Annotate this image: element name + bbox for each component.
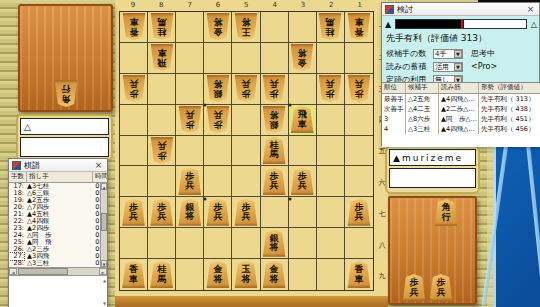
kifu-move-text: ▲3七桂 bbox=[24, 183, 90, 190]
shogi-piece-桂馬[interactable]: 桂馬 bbox=[150, 261, 174, 288]
board-cell[interactable] bbox=[204, 166, 232, 197]
file-label: 5 bbox=[232, 1, 260, 9]
setting-row: 読みの蓄積 活用 ▼ <Pro> bbox=[386, 61, 497, 72]
shogi-piece-銀将[interactable]: 銀将 bbox=[262, 106, 286, 133]
chevron-down-icon[interactable]: ▼ bbox=[454, 50, 462, 58]
board-cell[interactable] bbox=[232, 43, 260, 74]
gote-player-panel: △ bbox=[16, 114, 113, 161]
setting-label: 候補手の数 bbox=[386, 48, 433, 59]
analysis-window-icon bbox=[385, 5, 394, 14]
kifu-vertical-scrollbar[interactable]: ▲ ▼ bbox=[100, 183, 107, 267]
kifu-header-row: 手数 指し手 時間 bbox=[9, 172, 107, 183]
piece-kanji: 飛 bbox=[157, 58, 166, 68]
piece-kanji: 行 bbox=[62, 84, 71, 94]
board-cell[interactable] bbox=[148, 166, 176, 197]
kifu-window-title: 棋譜 bbox=[24, 160, 93, 171]
sente-piece-stand: 角行歩兵歩兵 bbox=[388, 196, 477, 305]
piece-kanji: 兵 bbox=[270, 181, 279, 191]
board-grid: 香車桂馬金将王将桂馬香車飛車金将歩兵銀将歩兵歩兵歩兵歩兵歩兵歩兵銀将飛車歩兵桂馬… bbox=[119, 11, 374, 291]
header-move: 候補手 bbox=[406, 83, 439, 93]
engine-label: <Pro> bbox=[471, 62, 497, 71]
kifu-move-text: ▲2五歩 bbox=[24, 197, 90, 204]
kifu-move-text: △7四歩 bbox=[24, 204, 90, 211]
board-cell[interactable] bbox=[120, 43, 148, 74]
evaluation-bar-row: ▲ △ bbox=[385, 19, 537, 29]
board-cell[interactable] bbox=[289, 228, 317, 259]
shogi-piece-歩兵[interactable]: 歩兵 bbox=[150, 199, 174, 226]
board-cell[interactable] bbox=[204, 136, 232, 167]
shogi-piece-銀将[interactable]: 銀将 bbox=[178, 199, 202, 226]
shogi-piece-歩兵[interactable]: 歩兵 bbox=[150, 137, 174, 164]
piece-kanji: 歩 bbox=[326, 89, 335, 99]
file-label: 9 bbox=[119, 1, 147, 9]
piece-kanji: 兵 bbox=[185, 181, 194, 191]
shogi-piece-歩兵[interactable]: 歩兵 bbox=[234, 199, 258, 226]
scrollbar-thumb[interactable] bbox=[18, 268, 68, 275]
piece-kanji: 馬 bbox=[270, 150, 279, 160]
piece-kanji: 兵 bbox=[437, 288, 446, 298]
shogi-app-screen: 987654321 一二三四五六七八九 香車桂馬金将王将桂馬香車飛車金将歩兵銀将… bbox=[0, 0, 540, 307]
board-cell[interactable] bbox=[120, 136, 148, 167]
board-cell[interactable]: 歩兵 bbox=[204, 105, 232, 136]
kifu-move-text: ▲同 飛 bbox=[24, 239, 90, 246]
board-cell[interactable] bbox=[204, 228, 232, 259]
piece-kanji: 兵 bbox=[241, 212, 250, 222]
board-cell[interactable]: 香車 bbox=[345, 259, 373, 290]
kifu-move-text: △6三銀 bbox=[24, 190, 90, 197]
file-label: 1 bbox=[346, 1, 374, 9]
board-cell[interactable] bbox=[261, 43, 289, 74]
shogi-piece-香車[interactable]: 香車 bbox=[347, 261, 371, 288]
close-icon[interactable]: × bbox=[93, 160, 104, 171]
candidate-pv: ▲同 歩△… bbox=[439, 114, 479, 124]
piece-kanji: 歩 bbox=[157, 150, 166, 160]
kifu-comment-box[interactable]: ▲ ▼ bbox=[9, 275, 107, 307]
shogi-piece-歩兵[interactable]: 歩兵 bbox=[206, 106, 230, 133]
candidate-row[interactable]: 4△3三桂▲4四飛△…先手有利（ 456） bbox=[382, 124, 540, 134]
piece-kanji: 将 bbox=[185, 212, 194, 222]
board-cell[interactable] bbox=[345, 166, 373, 197]
board-cell[interactable] bbox=[289, 259, 317, 290]
piece-kanji: 兵 bbox=[157, 141, 166, 151]
gote-name-box: △ bbox=[20, 118, 109, 135]
close-icon[interactable]: × bbox=[525, 4, 536, 15]
candidate-row[interactable]: 3△8六歩▲同 歩△…先手有利（ 451） bbox=[382, 114, 540, 124]
candidate-move: △3三桂 bbox=[406, 124, 439, 134]
candidate-rank: 4 bbox=[382, 124, 406, 134]
shogi-piece-歩兵[interactable]: 歩兵 bbox=[178, 168, 202, 195]
gote-info-box bbox=[20, 137, 109, 157]
piece-kanji: 香 bbox=[129, 27, 138, 37]
board-cell[interactable]: 玉将 bbox=[232, 259, 260, 290]
board-cell[interactable]: 銀将 bbox=[261, 105, 289, 136]
candidate-row[interactable]: 最善手△2五角▲4四飛△…先手有利（ 313） bbox=[382, 94, 540, 104]
board-cell[interactable] bbox=[289, 12, 317, 43]
shogi-piece-銀将[interactable]: 銀将 bbox=[262, 230, 286, 257]
piece-kanji: 銀 bbox=[213, 89, 222, 99]
board-cell[interactable]: 歩兵 bbox=[204, 197, 232, 228]
board-cell[interactable]: 歩兵 bbox=[176, 166, 204, 197]
board-cell[interactable] bbox=[345, 43, 373, 74]
candidate-pv: ▲4四飛△… bbox=[439, 124, 479, 134]
board-cell[interactable]: 歩兵 bbox=[176, 105, 204, 136]
comment-scroll-up-icon[interactable]: ▲ bbox=[103, 278, 106, 283]
shogi-piece-香車[interactable]: 香車 bbox=[347, 13, 371, 40]
piece-kanji: 桂 bbox=[326, 27, 335, 37]
candidate-eval: 先手有利（ 451） bbox=[479, 114, 540, 124]
hoshi-dot bbox=[289, 197, 292, 200]
piece-kanji: 角 bbox=[62, 94, 71, 104]
piece-kanji: 香 bbox=[354, 27, 363, 37]
piece-kanji: 歩 bbox=[354, 89, 363, 99]
scroll-up-icon[interactable]: ▲ bbox=[101, 183, 107, 190]
piece-kanji: 兵 bbox=[157, 212, 166, 222]
shogi-piece-歩兵[interactable]: 歩兵 bbox=[122, 75, 146, 102]
shogi-piece-金将[interactable]: 金将 bbox=[262, 261, 286, 288]
candidate-count-select[interactable]: 4手 ▼ bbox=[433, 49, 463, 59]
piece-kanji: 兵 bbox=[241, 79, 250, 89]
scroll-down-icon[interactable]: ▼ bbox=[101, 260, 107, 267]
header-eval: 形勢（評価値） bbox=[479, 83, 540, 93]
sente-name-box: ▲murizeme bbox=[389, 149, 476, 166]
setting-label: 読みの蓄積 bbox=[386, 61, 433, 72]
board-cell[interactable] bbox=[345, 136, 373, 167]
analysis-window: 検討 × ▲ △ 先手有利（評価値 313） 候補手の数 4手 ▼ 思考中 bbox=[381, 2, 540, 146]
piece-kanji: 兵 bbox=[326, 79, 335, 89]
board-cell[interactable]: 香車 bbox=[345, 12, 373, 43]
piece-kanji: 車 bbox=[298, 120, 307, 130]
shogi-piece-歩兵[interactable]: 歩兵 bbox=[347, 75, 371, 102]
board-cell[interactable] bbox=[317, 166, 345, 197]
evaluation-bar-marker bbox=[461, 19, 463, 29]
board-cell[interactable] bbox=[176, 43, 204, 74]
candidate-move: △8六歩 bbox=[406, 114, 439, 124]
shogi-piece-王将[interactable]: 王将 bbox=[234, 13, 258, 40]
board-cell[interactable] bbox=[232, 105, 260, 136]
scroll-right-icon[interactable]: ► bbox=[99, 268, 107, 275]
board-cell[interactable]: 飛車 bbox=[148, 43, 176, 74]
piece-kanji: 歩 bbox=[185, 120, 194, 130]
kifu-window-icon bbox=[12, 161, 21, 170]
board-cell[interactable] bbox=[176, 259, 204, 290]
shogi-piece-歩兵[interactable]: 歩兵 bbox=[178, 106, 202, 133]
shogi-piece-歩兵[interactable]: 歩兵 bbox=[206, 199, 230, 226]
board-cell[interactable] bbox=[176, 136, 204, 167]
board-cell[interactable] bbox=[232, 166, 260, 197]
read-accumulation-select[interactable]: 活用 ▼ bbox=[433, 62, 463, 72]
board-cell[interactable]: 歩兵 bbox=[317, 74, 345, 105]
piece-kanji: 歩 bbox=[241, 89, 250, 99]
candidate-move: △4二玉 bbox=[406, 104, 439, 114]
kifu-window: 棋譜 × 手数 指し手 時間 17:▲3七桂0秒18:△6三銀0秒19:▲2五歩… bbox=[8, 158, 108, 307]
board-cell[interactable]: 銀将 bbox=[204, 74, 232, 105]
board-cell[interactable]: 金将 bbox=[261, 259, 289, 290]
gote-piece-stand: 角行 bbox=[18, 4, 113, 112]
board-cell[interactable] bbox=[317, 105, 345, 136]
board-cell[interactable]: 歩兵 bbox=[261, 166, 289, 197]
evaluation-bar bbox=[395, 19, 527, 29]
candidate-rank: 最善手 bbox=[382, 94, 406, 104]
thinking-status: 思考中 bbox=[471, 48, 495, 59]
scrollbar-track bbox=[69, 268, 99, 275]
board-cell[interactable]: 金将 bbox=[289, 43, 317, 74]
board-cell[interactable] bbox=[120, 166, 148, 197]
piece-kanji: 車 bbox=[129, 275, 138, 285]
board-cell[interactable] bbox=[317, 136, 345, 167]
shogi-piece-香車[interactable]: 香車 bbox=[122, 261, 146, 288]
shogi-piece-歩兵[interactable]: 歩兵 bbox=[318, 75, 342, 102]
candidate-eval: 先手有利（ 438） bbox=[479, 104, 540, 114]
board-cell[interactable] bbox=[232, 136, 260, 167]
sente-player-panel: ▲murizeme bbox=[385, 145, 480, 194]
board-cell[interactable]: 香車 bbox=[120, 259, 148, 290]
board-cell[interactable] bbox=[232, 228, 260, 259]
analysis-titlebar[interactable]: 検討 × bbox=[382, 3, 539, 16]
candidate-table-header: 順位 候補手 読み筋 形勢（評価値） bbox=[382, 83, 540, 94]
hoshi-dot bbox=[289, 104, 292, 107]
kifu-header-moveno: 手数 bbox=[9, 172, 27, 182]
evaluation-bar-fill bbox=[396, 20, 464, 28]
board-cell[interactable] bbox=[120, 105, 148, 136]
piece-kanji: 将 bbox=[241, 275, 250, 285]
piece-kanji: 歩 bbox=[213, 120, 222, 130]
piece-kanji: 兵 bbox=[213, 110, 222, 120]
piece-kanji: 車 bbox=[354, 275, 363, 285]
piece-kanji: 行 bbox=[442, 213, 451, 223]
shogi-piece-歩兵[interactable]: 歩兵 bbox=[290, 168, 314, 195]
piece-kanji: 将 bbox=[298, 48, 307, 58]
board-cell[interactable]: 銀将 bbox=[261, 228, 289, 259]
sente-info-box bbox=[389, 168, 476, 188]
board-cell[interactable]: 歩兵 bbox=[345, 74, 373, 105]
kifu-horizontal-scrollbar[interactable]: ◄ ► bbox=[9, 267, 107, 275]
board-cell[interactable]: 桂馬 bbox=[148, 259, 176, 290]
piece-kanji: 兵 bbox=[354, 79, 363, 89]
shogi-piece-歩兵[interactable]: 歩兵 bbox=[234, 75, 258, 102]
scrollbar-thumb[interactable] bbox=[101, 213, 107, 231]
file-label: 8 bbox=[147, 1, 175, 9]
board-cell[interactable]: 歩兵 bbox=[120, 197, 148, 228]
board-cell[interactable]: 歩兵 bbox=[232, 74, 260, 105]
kifu-move-list: 17:▲3七桂0秒18:△6三銀0秒19:▲2五歩0秒20:△7四歩0秒21:▲… bbox=[9, 183, 107, 267]
board-cell[interactable] bbox=[204, 43, 232, 74]
board-cell[interactable] bbox=[120, 228, 148, 259]
board-cell[interactable] bbox=[148, 105, 176, 136]
piece-kanji: 馬 bbox=[326, 17, 335, 27]
board-cell[interactable] bbox=[176, 12, 204, 43]
board-cell[interactable]: 歩兵 bbox=[148, 136, 176, 167]
hoshi-dot bbox=[204, 197, 207, 200]
sente-mark: ▲ bbox=[385, 20, 395, 29]
board-cell[interactable]: 歩兵 bbox=[148, 197, 176, 228]
piece-kanji: 将 bbox=[270, 243, 279, 253]
piece-kanji: 兵 bbox=[270, 79, 279, 89]
comment-scroll-down-icon[interactable]: ▼ bbox=[103, 301, 106, 306]
shogi-piece-香車[interactable]: 香車 bbox=[122, 13, 146, 40]
board-cell[interactable] bbox=[317, 197, 345, 228]
piece-kanji: 車 bbox=[129, 17, 138, 27]
candidate-pv: ▲4四飛△… bbox=[439, 94, 479, 104]
piece-kanji: 兵 bbox=[298, 181, 307, 191]
hoshi-dot bbox=[204, 104, 207, 107]
piece-kanji: 兵 bbox=[354, 212, 363, 222]
shogi-piece-桂馬[interactable]: 桂馬 bbox=[150, 13, 174, 40]
piece-kanji: 金 bbox=[213, 27, 222, 37]
shogi-piece-金将[interactable]: 金将 bbox=[290, 44, 314, 71]
board-cell[interactable] bbox=[289, 197, 317, 228]
piece-kanji: 歩 bbox=[129, 89, 138, 99]
board-cell[interactable] bbox=[289, 74, 317, 105]
piece-kanji: 将 bbox=[270, 275, 279, 285]
board-cell[interactable]: 飛車 bbox=[289, 105, 317, 136]
board-cell[interactable] bbox=[176, 228, 204, 259]
file-label: 3 bbox=[289, 1, 317, 9]
header-pv: 読み筋 bbox=[439, 83, 479, 93]
setting-row: 候補手の数 4手 ▼ 思考中 bbox=[386, 48, 495, 59]
board-cell[interactable]: 歩兵 bbox=[289, 166, 317, 197]
piece-kanji: 王 bbox=[241, 27, 250, 37]
file-label: 2 bbox=[317, 1, 345, 9]
piece-kanji: 馬 bbox=[157, 275, 166, 285]
piece-kanji: 歩 bbox=[270, 89, 279, 99]
kifu-move-text: △同 歩 bbox=[24, 232, 90, 239]
piece-kanji: 馬 bbox=[157, 17, 166, 27]
kifu-row[interactable]: 28:△3三桂0秒 bbox=[9, 260, 107, 267]
piece-kanji: 兵 bbox=[410, 288, 419, 298]
candidate-rank: 3 bbox=[382, 114, 406, 124]
piece-kanji: 将 bbox=[213, 79, 222, 89]
file-label: 4 bbox=[261, 1, 289, 9]
piece-kanji: 将 bbox=[270, 110, 279, 120]
kifu-move-number: 28: bbox=[9, 260, 24, 267]
rank-label: 七 bbox=[376, 209, 388, 219]
shogi-piece-歩兵[interactable]: 歩兵 bbox=[122, 199, 146, 226]
file-label: 6 bbox=[204, 1, 232, 9]
kifu-move-text: △3三桂 bbox=[24, 260, 90, 267]
piece-kanji: 車 bbox=[354, 17, 363, 27]
board-cell[interactable] bbox=[148, 74, 176, 105]
board-cell[interactable] bbox=[289, 136, 317, 167]
shogi-piece-桂馬[interactable]: 桂馬 bbox=[318, 13, 342, 40]
board-cell[interactable]: 歩兵 bbox=[261, 74, 289, 105]
kifu-move-text: ▲2四歩 bbox=[24, 225, 90, 232]
shogi-piece-歩兵[interactable]: 歩兵 bbox=[262, 168, 286, 195]
candidate-pv: ▲2二歩△… bbox=[439, 104, 479, 114]
board-cell[interactable] bbox=[148, 228, 176, 259]
board-cell[interactable] bbox=[261, 12, 289, 43]
kifu-move-text: ▲3四飛 bbox=[24, 253, 90, 260]
shogi-board: 987654321 一二三四五六七八九 香車桂馬金将王将桂馬香車飛車金将歩兵銀将… bbox=[115, 0, 388, 307]
candidate-row[interactable]: 次善手△4二玉▲2二歩△…先手有利（ 438） bbox=[382, 104, 540, 114]
board-cell[interactable] bbox=[176, 74, 204, 105]
chevron-down-icon[interactable]: ▼ bbox=[454, 63, 462, 71]
piece-kanji: 車 bbox=[157, 48, 166, 58]
board-cell[interactable]: 歩兵 bbox=[120, 74, 148, 105]
board-cell[interactable]: 王将 bbox=[232, 12, 260, 43]
shogi-piece-歩兵[interactable]: 歩兵 bbox=[347, 199, 371, 226]
piece-kanji: 銀 bbox=[270, 120, 279, 130]
board-cell[interactable] bbox=[345, 228, 373, 259]
board-cell[interactable]: 銀将 bbox=[176, 197, 204, 228]
select-value: 4手 bbox=[434, 49, 454, 59]
piece-kanji: 兵 bbox=[185, 110, 194, 120]
piece-kanji: 兵 bbox=[129, 212, 138, 222]
board-cell[interactable]: 金将 bbox=[204, 12, 232, 43]
candidate-eval: 先手有利（ 313） bbox=[479, 94, 540, 104]
shogi-piece-金将[interactable]: 金将 bbox=[206, 13, 230, 40]
analysis-window-title: 検討 bbox=[397, 4, 525, 15]
kifu-header-time: 時間 bbox=[93, 172, 107, 182]
piece-kanji: 将 bbox=[241, 17, 250, 27]
kifu-titlebar[interactable]: 棋譜 × bbox=[9, 159, 107, 172]
piece-kanji: 将 bbox=[213, 17, 222, 27]
board-cell[interactable]: 桂馬 bbox=[317, 12, 345, 43]
header-rank: 順位 bbox=[382, 83, 406, 93]
rank-label: 八 bbox=[376, 240, 388, 250]
board-cell[interactable] bbox=[317, 228, 345, 259]
board-cell[interactable] bbox=[345, 105, 373, 136]
board-cell[interactable]: 歩兵 bbox=[232, 197, 260, 228]
kifu-header-move: 指し手 bbox=[27, 172, 93, 182]
board-cell[interactable]: 桂馬 bbox=[148, 12, 176, 43]
candidate-eval: 先手有利（ 456） bbox=[479, 124, 540, 134]
rank-label: 九 bbox=[376, 271, 388, 281]
shogi-piece-銀将[interactable]: 銀将 bbox=[206, 75, 230, 102]
shogi-piece-飛車[interactable]: 飛車 bbox=[290, 106, 314, 133]
candidate-rank: 次善手 bbox=[382, 104, 406, 114]
board-cell[interactable]: 金将 bbox=[204, 259, 232, 290]
board-cell[interactable] bbox=[261, 197, 289, 228]
select-value: 活用 bbox=[434, 62, 454, 72]
evaluation-summary: 先手有利（評価値 313） bbox=[386, 32, 487, 45]
piece-kanji: 将 bbox=[213, 275, 222, 285]
board-cell[interactable]: 桂馬 bbox=[261, 136, 289, 167]
board-cell[interactable] bbox=[317, 43, 345, 74]
shogi-piece-玉将[interactable]: 玉将 bbox=[234, 261, 258, 288]
gote-mark: △ bbox=[527, 20, 537, 29]
board-cell[interactable]: 歩兵 bbox=[345, 197, 373, 228]
kifu-move-text: ▲4五桂 bbox=[24, 211, 90, 218]
shogi-piece-金将[interactable]: 金将 bbox=[206, 261, 230, 288]
kifu-move-text: △4四銀 bbox=[24, 218, 90, 225]
candidate-table: 順位 候補手 読み筋 形勢（評価値） 最善手△2五角▲4四飛△…先手有利（ 31… bbox=[382, 82, 540, 147]
board-front-edge bbox=[115, 296, 388, 307]
shogi-piece-桂馬[interactable]: 桂馬 bbox=[262, 137, 286, 164]
shogi-piece-飛車[interactable]: 飛車 bbox=[150, 44, 174, 71]
piece-kanji: 桂 bbox=[157, 27, 166, 37]
piece-kanji: 兵 bbox=[213, 212, 222, 222]
board-cell[interactable]: 香車 bbox=[120, 12, 148, 43]
gote-mark: △ bbox=[24, 122, 33, 132]
piece-kanji: 金 bbox=[298, 58, 307, 68]
shogi-piece-歩兵[interactable]: 歩兵 bbox=[262, 75, 286, 102]
file-label: 7 bbox=[176, 1, 204, 9]
kifu-move-text: △2三歩 bbox=[24, 246, 90, 253]
piece-kanji: 兵 bbox=[129, 79, 138, 89]
scroll-left-icon[interactable]: ◄ bbox=[9, 268, 17, 275]
candidate-move: △2五角 bbox=[406, 94, 439, 104]
board-cell[interactable] bbox=[317, 259, 345, 290]
